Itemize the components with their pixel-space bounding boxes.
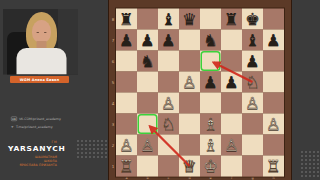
square-h6 <box>263 51 284 72</box>
piece-black-pawn-e5: ♟ <box>200 72 221 93</box>
square-e4 <box>200 93 221 114</box>
square-f3 <box>221 114 242 135</box>
vk-link: VKVK.COM/prizant_academy <box>11 116 61 122</box>
square-g6: ♟ <box>242 51 263 72</box>
piece-black-bishop-g7: ♝ <box>242 30 263 51</box>
telegram-link: ➤T.me/prizant_academy <box>11 125 61 131</box>
chess-board: 87654321 abcdefgh ♜♝♛♜♚♟♟♟♞♝♟♞♟♙♟♟♘♙♙♘♗♙… <box>108 0 292 180</box>
piece-black-queen-d8: ♛ <box>179 9 200 30</box>
piece-white-knight-c3: ♘ <box>158 114 179 135</box>
rank-label-1: 1 <box>111 156 116 177</box>
square-h3: ♙ <box>263 114 284 135</box>
presenter-caption: WGM Алена Бивол <box>10 76 69 83</box>
rank-label-2: 2 <box>111 135 116 156</box>
square-b8 <box>137 9 158 30</box>
piece-white-pawn-d5: ♙ <box>179 72 200 93</box>
square-c5 <box>158 72 179 93</box>
square-f8: ♜ <box>221 9 242 30</box>
square-e2: ♗ <box>200 135 221 156</box>
piece-black-king-g8: ♚ <box>242 9 263 30</box>
square-g8: ♚ <box>242 9 263 30</box>
piece-white-pawn-h3: ♙ <box>263 114 284 135</box>
file-label-g: g <box>242 176 263 180</box>
square-h4 <box>263 93 284 114</box>
square-b5 <box>137 72 158 93</box>
rank-label-4: 4 <box>111 93 116 114</box>
piece-white-rook-h1: ♖ <box>263 156 284 177</box>
piece-white-knight-g5: ♘ <box>242 72 263 93</box>
piece-white-rook-a1: ♖ <box>116 156 137 177</box>
presenter-face <box>32 20 51 43</box>
piece-black-pawn-a7: ♟ <box>116 30 137 51</box>
square-c1 <box>158 156 179 177</box>
presenter-eye <box>37 32 40 33</box>
square-g3 <box>242 114 263 135</box>
square-c7: ♟ <box>158 30 179 51</box>
dot-pattern <box>76 139 110 158</box>
square-d4 <box>179 93 200 114</box>
file-label-b: b <box>137 176 158 180</box>
square-g5: ♘ <box>242 72 263 93</box>
square-g4: ♙ <box>242 93 263 114</box>
highlighted-square-e6 <box>200 51 221 72</box>
highlighted-square-b3 <box>137 114 158 135</box>
piece-white-bishop-e2: ♗ <box>200 135 221 156</box>
piece-white-pawn-b2: ♙ <box>137 135 158 156</box>
piece-white-pawn-c4: ♙ <box>158 93 179 114</box>
brand-title-small: ГМ <box>8 140 57 144</box>
square-d7 <box>179 30 200 51</box>
square-h1: ♖ <box>263 156 284 177</box>
square-d1: ♕ <box>179 156 200 177</box>
piece-white-pawn-g4: ♙ <box>242 93 263 114</box>
square-f5: ♟ <box>221 72 242 93</box>
file-label-d: d <box>179 176 200 180</box>
square-d8: ♛ <box>179 9 200 30</box>
square-a5 <box>116 72 137 93</box>
square-e1: ♔ <box>200 156 221 177</box>
square-c2 <box>158 135 179 156</box>
square-e7: ♞ <box>200 30 221 51</box>
square-a7: ♟ <box>116 30 137 51</box>
square-e3: ♗ <box>200 114 221 135</box>
square-b1 <box>137 156 158 177</box>
piece-black-pawn-f5: ♟ <box>221 72 242 93</box>
square-a4 <box>116 93 137 114</box>
square-g2 <box>242 135 263 156</box>
school-line: ЯРОСЛАВА ПРИЗАНТА <box>8 163 57 167</box>
rank-label-3: 3 <box>111 114 116 135</box>
square-d2 <box>179 135 200 156</box>
square-c8: ♝ <box>158 9 179 30</box>
rank-label-7: 7 <box>111 30 116 51</box>
piece-white-pawn-a2: ♙ <box>116 135 137 156</box>
square-h2 <box>263 135 284 156</box>
square-b4 <box>137 93 158 114</box>
webcam-panel <box>3 9 78 75</box>
square-d6 <box>179 51 200 72</box>
square-b6: ♞ <box>137 51 158 72</box>
square-d5: ♙ <box>179 72 200 93</box>
piece-black-rook-f8: ♜ <box>221 9 242 30</box>
square-g7: ♝ <box>242 30 263 51</box>
telegram-icon: ➤ <box>10 124 15 130</box>
square-a6 <box>116 51 137 72</box>
piece-black-bishop-c8: ♝ <box>158 9 179 30</box>
square-g1 <box>242 156 263 177</box>
piece-black-pawn-b7: ♟ <box>137 30 158 51</box>
square-f7 <box>221 30 242 51</box>
piece-black-knight-e7: ♞ <box>200 30 221 51</box>
rank-label-6: 6 <box>111 51 116 72</box>
square-c6 <box>158 51 179 72</box>
piece-white-pawn-f2: ♙ <box>221 135 242 156</box>
square-f1 <box>221 156 242 177</box>
square-e5: ♟ <box>200 72 221 93</box>
brand-block: ГМ YARSANYCH ШАХМАТНАЯ ШКОЛА ЯРОСЛАВА ПР… <box>8 140 57 167</box>
piece-black-knight-b6: ♞ <box>137 51 158 72</box>
file-label-a: a <box>116 176 137 180</box>
piece-black-pawn-h7: ♟ <box>263 30 284 51</box>
square-c3: ♘ <box>158 114 179 135</box>
rank-label-5: 5 <box>111 72 116 93</box>
dot-pattern <box>300 150 319 178</box>
piece-black-pawn-c7: ♟ <box>158 30 179 51</box>
social-links: VKVK.COM/prizant_academy ➤T.me/prizant_a… <box>11 116 61 133</box>
square-h7: ♟ <box>263 30 284 51</box>
square-f6 <box>221 51 242 72</box>
square-d3 <box>179 114 200 135</box>
file-label-e: e <box>200 176 221 180</box>
presenter-shirt <box>17 48 67 75</box>
piece-white-bishop-e3: ♗ <box>200 114 221 135</box>
square-a3 <box>116 114 137 135</box>
piece-white-queen-d1: ♕ <box>179 156 200 177</box>
square-c4: ♙ <box>158 93 179 114</box>
presenter-eye <box>44 32 47 33</box>
square-h5 <box>263 72 284 93</box>
brand-title: YARSANYCH <box>8 144 57 153</box>
square-a8: ♜ <box>116 9 137 30</box>
square-h8 <box>263 9 284 30</box>
vk-link-text: VK.COM/prizant_academy <box>19 117 61 121</box>
telegram-link-text: T.me/prizant_academy <box>16 125 53 129</box>
file-label-c: c <box>158 176 179 180</box>
file-label-h: h <box>263 176 284 180</box>
square-a1: ♖ <box>116 156 137 177</box>
square-b2: ♙ <box>137 135 158 156</box>
square-f2: ♙ <box>221 135 242 156</box>
square-b7: ♟ <box>137 30 158 51</box>
rank-label-8: 8 <box>111 9 116 30</box>
vk-icon: VK <box>11 116 17 121</box>
square-a2: ♙ <box>116 135 137 156</box>
stream-frame: WGM Алена Бивол VKVK.COM/prizant_academy… <box>0 0 320 180</box>
square-e8 <box>200 9 221 30</box>
piece-white-king-e1: ♔ <box>200 156 221 177</box>
board-squares: ♜♝♛♜♚♟♟♟♞♝♟♞♟♙♟♟♘♙♙♘♗♙♙♙♗♙♖♕♔♖ <box>116 9 284 177</box>
file-label-f: f <box>221 176 242 180</box>
piece-black-rook-a8: ♜ <box>116 9 137 30</box>
piece-black-pawn-g6: ♟ <box>242 51 263 72</box>
square-f4 <box>221 93 242 114</box>
